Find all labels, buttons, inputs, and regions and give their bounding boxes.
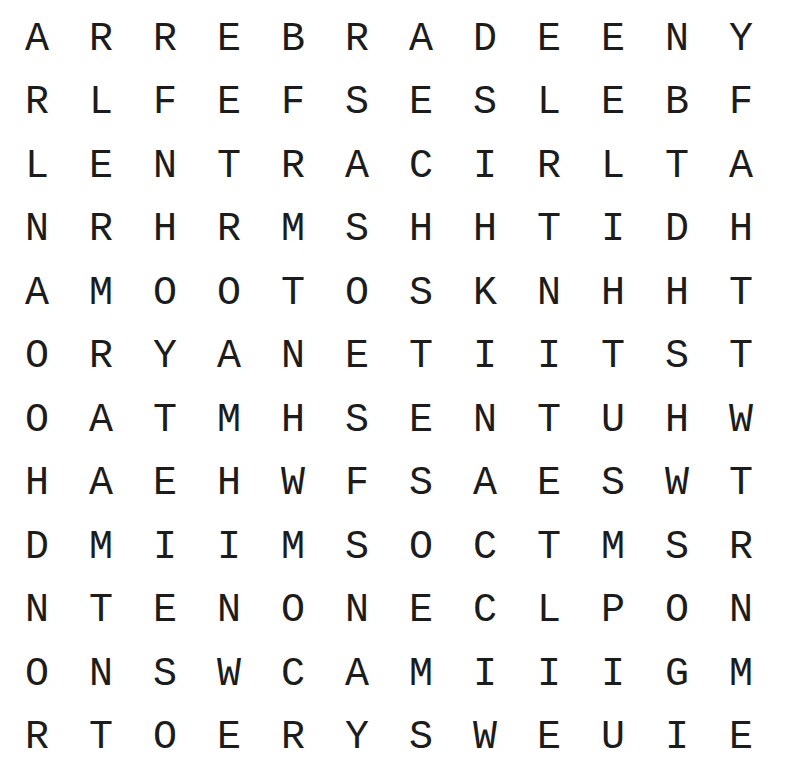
grid-cell[interactable]: E [197,707,261,771]
grid-cell[interactable]: U [581,389,645,453]
grid-cell[interactable]: E [389,72,453,136]
grid-cell[interactable]: B [645,72,709,136]
grid-cell[interactable]: N [709,580,773,644]
grid-cell[interactable]: T [517,199,581,263]
grid-cell[interactable]: M [709,643,773,707]
grid-cell[interactable]: Y [709,8,773,72]
grid-cell[interactable]: E [517,8,581,72]
grid-cell[interactable]: Y [325,707,389,771]
grid-cell[interactable]: T [69,580,133,644]
grid-cell[interactable]: I [133,516,197,580]
grid-cell[interactable]: E [325,326,389,390]
grid-cell[interactable]: H [133,199,197,263]
grid-cell[interactable]: E [517,453,581,517]
grid-cell[interactable]: T [517,389,581,453]
grid-cell[interactable]: T [581,326,645,390]
grid-cell[interactable]: S [325,199,389,263]
grid-cell[interactable]: T [709,453,773,517]
grid-cell[interactable]: T [709,326,773,390]
grid-cell[interactable]: I [453,643,517,707]
grid-cell[interactable]: R [133,8,197,72]
grid-cell[interactable]: E [389,580,453,644]
grid-cell[interactable]: A [389,8,453,72]
grid-cell[interactable]: O [133,262,197,326]
grid-cell[interactable]: E [517,707,581,771]
grid-cell[interactable]: S [389,707,453,771]
grid-cell[interactable]: R [325,8,389,72]
grid-cell[interactable]: R [69,8,133,72]
grid-cell[interactable]: F [133,72,197,136]
grid-cell[interactable]: T [517,516,581,580]
grid-cell[interactable]: M [197,389,261,453]
grid-cell[interactable]: A [5,8,69,72]
grid-cell[interactable]: H [453,199,517,263]
grid-cell[interactable]: N [453,389,517,453]
grid-cell[interactable]: D [5,516,69,580]
grid-cell[interactable]: O [325,262,389,326]
grid-cell[interactable]: M [69,262,133,326]
grid-cell[interactable]: S [133,643,197,707]
grid-cell[interactable]: U [581,707,645,771]
grid-cell[interactable]: O [261,580,325,644]
grid-cell[interactable]: W [453,707,517,771]
grid-cell[interactable]: B [261,8,325,72]
grid-cell[interactable]: S [325,72,389,136]
grid-cell[interactable]: F [261,72,325,136]
grid-cell[interactable]: T [197,135,261,199]
grid-cell[interactable]: F [325,453,389,517]
grid-cell[interactable]: E [581,8,645,72]
grid-cell[interactable]: H [709,199,773,263]
grid-cell[interactable]: S [389,453,453,517]
grid-cell[interactable]: O [645,580,709,644]
grid-cell[interactable]: T [645,135,709,199]
grid-cell[interactable]: R [261,135,325,199]
grid-cell[interactable]: M [69,516,133,580]
grid-cell[interactable]: R [69,326,133,390]
grid-cell[interactable]: R [197,199,261,263]
grid-cell[interactable]: O [389,516,453,580]
grid-cell[interactable]: C [453,516,517,580]
word-search-puzzle: ARREBRADEENYRLFEFSESLEBFLENTRACIRLTANRHR… [0,0,800,776]
grid-cell[interactable]: W [261,453,325,517]
grid-cell[interactable]: N [5,199,69,263]
grid-cell[interactable]: Y [133,326,197,390]
grid-cell[interactable]: L [517,580,581,644]
grid-cell[interactable]: H [261,389,325,453]
grid-cell[interactable]: I [197,516,261,580]
grid-cell[interactable]: A [325,135,389,199]
grid-cell[interactable]: A [197,326,261,390]
grid-cell[interactable]: E [389,389,453,453]
grid-cell[interactable]: M [389,643,453,707]
grid-cell[interactable]: C [261,643,325,707]
grid-cell[interactable]: M [261,199,325,263]
grid-cell[interactable]: N [5,580,69,644]
grid-cell[interactable]: C [453,580,517,644]
grid-cell[interactable]: A [709,135,773,199]
grid-cell[interactable]: N [69,643,133,707]
grid-cell[interactable]: N [133,135,197,199]
grid-cell[interactable]: E [133,580,197,644]
grid-cell[interactable]: I [517,643,581,707]
grid-cell[interactable]: I [453,135,517,199]
grid-cell[interactable]: H [645,262,709,326]
word-search-board: ARREBRADEENYRLFEFSESLEBFLENTRACIRLTANRHR… [5,8,773,770]
grid-cell[interactable]: E [581,72,645,136]
grid-cell[interactable]: S [581,453,645,517]
grid-cell[interactable]: L [517,72,581,136]
grid-cell[interactable]: D [453,8,517,72]
grid-cell[interactable]: T [261,262,325,326]
grid-cell[interactable]: A [325,643,389,707]
grid-cell[interactable]: A [69,389,133,453]
grid-cell[interactable]: H [197,453,261,517]
grid-cell[interactable]: S [325,389,389,453]
grid-cell[interactable]: W [197,643,261,707]
grid-cell[interactable]: G [645,643,709,707]
grid-cell[interactable]: H [5,453,69,517]
grid-cell[interactable]: N [197,580,261,644]
grid-cell[interactable]: N [325,580,389,644]
grid-cell[interactable]: O [5,326,69,390]
grid-cell[interactable]: R [5,707,69,771]
grid-cell[interactable]: R [709,516,773,580]
grid-cell[interactable]: S [389,262,453,326]
grid-cell[interactable]: S [453,72,517,136]
grid-cell[interactable]: R [5,72,69,136]
grid-cell[interactable]: C [389,135,453,199]
grid-cell[interactable]: W [709,389,773,453]
grid-cell[interactable]: T [69,707,133,771]
grid-cell[interactable]: L [5,135,69,199]
grid-cell[interactable]: R [517,135,581,199]
grid-cell[interactable]: H [645,389,709,453]
grid-cell[interactable]: E [709,707,773,771]
grid-cell[interactable]: E [197,72,261,136]
grid-cell[interactable]: R [261,707,325,771]
grid-cell[interactable]: A [69,453,133,517]
grid-cell[interactable]: O [197,262,261,326]
grid-cell[interactable]: R [69,199,133,263]
grid-cell[interactable]: S [645,326,709,390]
grid-cell[interactable]: O [5,389,69,453]
grid-cell[interactable]: I [453,326,517,390]
grid-cell[interactable]: N [517,262,581,326]
grid-cell[interactable]: E [197,8,261,72]
grid-cell[interactable]: H [389,199,453,263]
grid-cell[interactable]: N [261,326,325,390]
grid-cell[interactable]: T [389,326,453,390]
grid-cell[interactable]: E [133,453,197,517]
grid-cell[interactable]: N [645,8,709,72]
grid-cell[interactable]: I [645,707,709,771]
grid-cell[interactable]: W [645,453,709,517]
grid-cell[interactable]: I [581,643,645,707]
grid-cell[interactable]: S [645,516,709,580]
grid-cell[interactable]: M [581,516,645,580]
grid-cell[interactable]: I [581,199,645,263]
grid-cell[interactable]: O [5,643,69,707]
grid-cell[interactable]: O [133,707,197,771]
grid-cell[interactable]: K [453,262,517,326]
grid-cell[interactable]: E [69,135,133,199]
grid-cell[interactable]: T [133,389,197,453]
grid-cell[interactable]: L [581,135,645,199]
grid-cell[interactable]: D [645,199,709,263]
grid-cell[interactable]: A [453,453,517,517]
grid-cell[interactable]: H [581,262,645,326]
grid-cell[interactable]: F [709,72,773,136]
grid-cell[interactable]: S [325,516,389,580]
grid-cell[interactable]: L [69,72,133,136]
grid-cell[interactable]: I [517,326,581,390]
grid-cell[interactable]: T [709,262,773,326]
grid-cell[interactable]: A [5,262,69,326]
grid-cell[interactable]: P [581,580,645,644]
grid-cell[interactable]: M [261,516,325,580]
